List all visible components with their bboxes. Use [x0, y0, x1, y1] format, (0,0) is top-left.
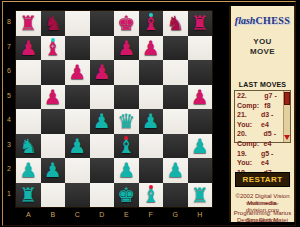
piece-bP: ♟ — [44, 85, 62, 109]
piece-wQ: ♛ — [117, 109, 135, 133]
square-f4[interactable]: ♟ — [139, 109, 164, 134]
square-g8[interactable]: ♞ — [163, 11, 188, 36]
square-d3[interactable] — [90, 134, 115, 159]
square-f5[interactable] — [139, 85, 164, 110]
piece-wP: ♟ — [68, 134, 86, 158]
rank-label-4: 4 — [4, 108, 14, 133]
rank-label-6: 6 — [4, 59, 14, 84]
square-e3[interactable]: ♝ — [114, 134, 139, 159]
piece-bP: ♟ — [19, 36, 37, 60]
file-label-c: C — [65, 208, 90, 222]
piece-wP: ♟ — [93, 109, 111, 133]
square-h6[interactable] — [188, 60, 213, 85]
bishop-tip-icon — [149, 13, 153, 17]
piece-wP: ♟ — [117, 158, 135, 182]
move-label: 22. Comp: — [237, 91, 264, 110]
move-label: 20. Comp: — [237, 129, 264, 148]
piece-wP: ♟ — [19, 158, 37, 182]
square-f1[interactable]: ♝ — [139, 183, 164, 208]
move-entry: 20. Comp: d5 - e4 — [235, 129, 290, 148]
square-d2[interactable] — [90, 158, 115, 183]
square-h2[interactable] — [188, 158, 213, 183]
square-g1[interactable] — [163, 183, 188, 208]
square-h5[interactable]: ♟ — [188, 85, 213, 110]
scrollbar-thumb[interactable] — [284, 92, 290, 105]
rank-label-3: 3 — [4, 133, 14, 158]
square-a1[interactable]: ♜ — [16, 183, 41, 208]
sidebar: flashCHESS YOU MOVE LAST MOVES 22. Comp:… — [229, 6, 295, 222]
square-f2[interactable] — [139, 158, 164, 183]
square-g2[interactable]: ♟ — [163, 158, 188, 183]
square-a6[interactable] — [16, 60, 41, 85]
square-b2[interactable]: ♟ — [41, 158, 66, 183]
square-e2[interactable]: ♟ — [114, 158, 139, 183]
square-g3[interactable] — [163, 134, 188, 159]
rank-label-5: 5 — [4, 84, 14, 109]
move-entry: 22. Comp: g7 - f8 — [235, 91, 290, 110]
square-d7[interactable] — [90, 36, 115, 61]
piece-bR: ♜ — [191, 11, 209, 35]
square-e6[interactable] — [114, 60, 139, 85]
move-list-scrollbar[interactable] — [283, 91, 290, 142]
piece-wR: ♜ — [19, 183, 37, 207]
square-a3[interactable]: ♞ — [16, 134, 41, 159]
move-entry: 19. You: g5 - e4 — [235, 149, 290, 168]
restart-button[interactable]: RESTART — [235, 172, 291, 187]
file-label-d: D — [90, 208, 115, 222]
piece-wP: ♟ — [44, 158, 62, 182]
square-g5[interactable] — [163, 85, 188, 110]
square-h8[interactable]: ♜ — [188, 11, 213, 36]
square-e4[interactable]: ♛ — [114, 109, 139, 134]
square-e1[interactable]: ♚ — [114, 183, 139, 208]
rank-label-1: 1 — [4, 182, 14, 207]
piece-bP: ♟ — [68, 60, 86, 84]
square-e7[interactable]: ♟ — [114, 36, 139, 61]
square-b5[interactable]: ♟ — [41, 85, 66, 110]
square-c6[interactable]: ♟ — [65, 60, 90, 85]
square-d8[interactable] — [90, 11, 115, 36]
logo-flash: flash — [235, 15, 256, 26]
turn-status-line1: YOU — [231, 37, 294, 47]
turn-status: YOU MOVE — [231, 37, 294, 57]
square-b8[interactable]: ♞ — [41, 11, 66, 36]
piece-bK: ♚ — [117, 11, 135, 35]
piece-bR: ♜ — [19, 11, 37, 35]
square-b4[interactable] — [41, 109, 66, 134]
last-moves-heading: LAST MOVES — [231, 81, 294, 88]
square-e5[interactable] — [114, 85, 139, 110]
app-background: { "game": "chess", "position": { "fen": … — [0, 0, 300, 227]
game-window: ♜♞♚♝♞♜♟♝♟♟♟♟♟♟♟♛♟♞♟♝♟♟♟♟♟♜♚♝♜ 87654321 A… — [2, 1, 296, 226]
square-a5[interactable] — [16, 85, 41, 110]
square-c4[interactable] — [65, 109, 90, 134]
bishop-tip-icon — [51, 38, 55, 42]
square-g7[interactable] — [163, 36, 188, 61]
chess-board: ♜♞♚♝♞♜♟♝♟♟♟♟♟♟♟♛♟♞♟♝♟♟♟♟♟♜♚♝♜ — [15, 10, 213, 208]
piece-wP: ♟ — [191, 134, 209, 158]
piece-bP: ♟ — [142, 36, 160, 60]
move-squares: d3 - e4 — [261, 110, 281, 129]
square-f6[interactable] — [139, 60, 164, 85]
square-a8[interactable]: ♜ — [16, 11, 41, 36]
square-c5[interactable] — [65, 85, 90, 110]
piece-wK: ♚ — [117, 183, 135, 207]
square-g6[interactable] — [163, 60, 188, 85]
square-d1[interactable] — [90, 183, 115, 208]
move-list: 22. Comp: g7 - f8 21. You: d3 - e4 20. C… — [234, 90, 291, 143]
square-b7[interactable]: ♝ — [41, 36, 66, 61]
square-g4[interactable] — [163, 109, 188, 134]
square-b3[interactable] — [41, 134, 66, 159]
file-label-a: A — [16, 208, 41, 222]
square-a2[interactable]: ♟ — [16, 158, 41, 183]
file-label-h: H — [188, 208, 213, 222]
piece-bP: ♟ — [191, 85, 209, 109]
square-d5[interactable] — [90, 85, 115, 110]
piece-wP: ♟ — [166, 158, 184, 182]
file-label-f: F — [139, 208, 164, 222]
move-squares: g7 - f8 — [264, 91, 281, 110]
piece-bN: ♞ — [44, 11, 62, 35]
move-squares: d5 - e4 — [264, 129, 281, 148]
square-h7[interactable] — [188, 36, 213, 61]
square-c3[interactable]: ♟ — [65, 134, 90, 159]
bishop-tip-icon — [124, 136, 128, 140]
credit-design: Design: Elvis Matei — [231, 217, 294, 224]
app-logo: flashCHESS — [231, 10, 294, 28]
square-e8[interactable]: ♚ — [114, 11, 139, 36]
square-d4[interactable]: ♟ — [90, 109, 115, 134]
square-f3[interactable] — [139, 134, 164, 159]
square-h4[interactable] — [188, 109, 213, 134]
move-label: 19. You: — [237, 149, 261, 168]
logo-chess: CHESS — [255, 15, 290, 26]
rank-label-7: 7 — [4, 35, 14, 60]
file-label-g: G — [163, 208, 188, 222]
piece-wR: ♜ — [191, 183, 209, 207]
square-c2[interactable] — [65, 158, 90, 183]
square-h1[interactable]: ♜ — [188, 183, 213, 208]
scroll-down-icon[interactable] — [284, 135, 290, 140]
square-h3[interactable]: ♟ — [188, 134, 213, 159]
turn-status-line2: MOVE — [231, 47, 294, 57]
piece-wN: ♞ — [19, 134, 37, 158]
bishop-tip-icon — [149, 185, 153, 189]
square-b1[interactable] — [41, 183, 66, 208]
square-c8[interactable] — [65, 11, 90, 36]
piece-bP: ♟ — [117, 36, 135, 60]
file-label-e: E — [114, 208, 139, 222]
rank-label-2: 2 — [4, 157, 14, 182]
square-b6[interactable] — [41, 60, 66, 85]
move-entry: 21. You: d3 - e4 — [235, 110, 290, 129]
square-c1[interactable] — [65, 183, 90, 208]
square-f8[interactable]: ♝ — [139, 11, 164, 36]
move-label: 21. You: — [237, 110, 261, 129]
square-a7[interactable]: ♟ — [16, 36, 41, 61]
square-c7[interactable] — [65, 36, 90, 61]
square-f7[interactable]: ♟ — [139, 36, 164, 61]
rank-label-8: 8 — [4, 10, 14, 35]
piece-wP: ♟ — [142, 109, 160, 133]
square-d6[interactable]: ♟ — [90, 60, 115, 85]
square-a4[interactable] — [16, 109, 41, 134]
move-squares: g5 - e4 — [261, 149, 281, 168]
piece-bN: ♞ — [166, 11, 184, 35]
piece-bP: ♟ — [93, 60, 111, 84]
file-label-b: B — [41, 208, 66, 222]
